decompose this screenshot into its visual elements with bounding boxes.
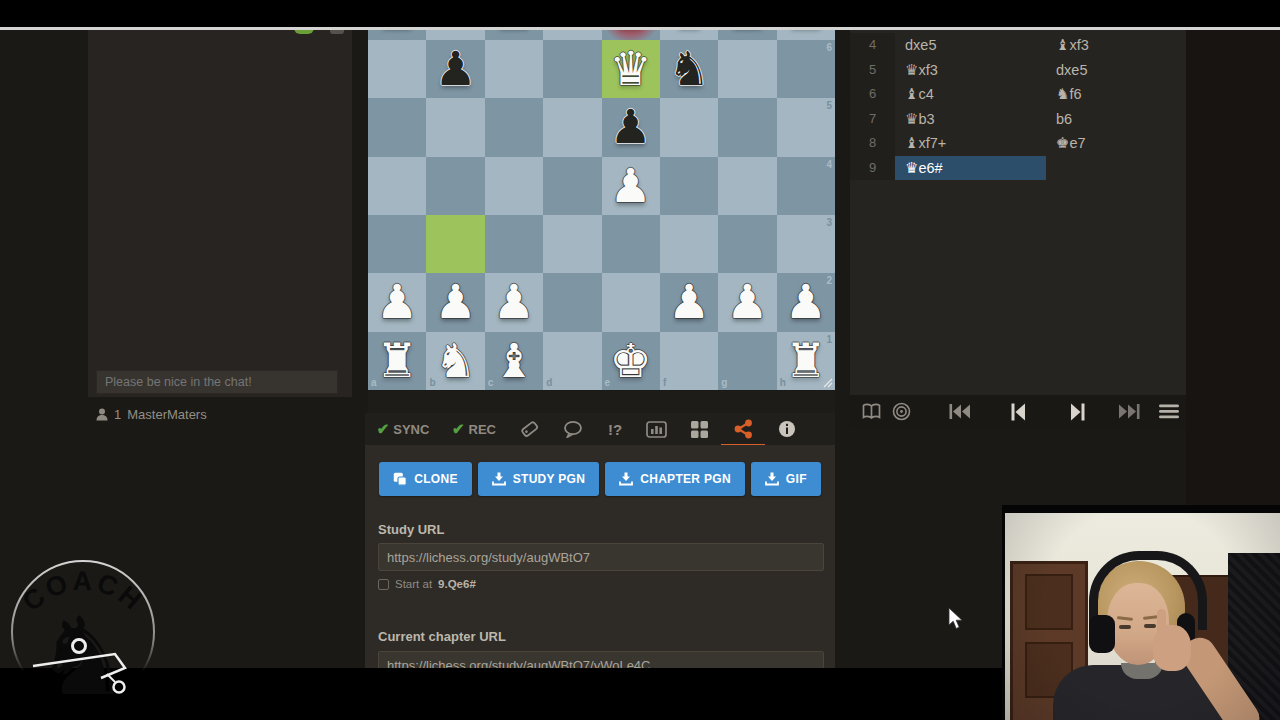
- white-pawn-h2[interactable]: ♟: [785, 273, 827, 331]
- start-at-label: Start at: [395, 578, 432, 590]
- mouse-cursor: [948, 608, 964, 630]
- sync-check-icon: ✔: [377, 420, 390, 438]
- square-b2[interactable]: ♟: [426, 273, 484, 331]
- square-h4[interactable]: 4: [777, 157, 835, 215]
- square-b1[interactable]: ♞b: [426, 332, 484, 390]
- sync-toggle[interactable]: ✔ SYNC: [365, 413, 441, 445]
- square-c3[interactable]: [485, 215, 543, 273]
- chapter-url-label: Current chapter URL: [378, 629, 506, 644]
- start-at-checkbox[interactable]: [378, 579, 389, 590]
- square-f5[interactable]: [660, 98, 718, 156]
- white-pawn-a2[interactable]: ♟: [376, 273, 418, 331]
- white-queen-e6[interactable]: ♛: [610, 40, 652, 98]
- coord-file-g: g: [721, 377, 727, 388]
- coord-file-d: d: [546, 377, 552, 388]
- tab-computer-analysis[interactable]: [635, 413, 678, 445]
- coord-rank-4: 4: [826, 159, 832, 170]
- move-row-9: 9♛e6#: [850, 156, 1186, 181]
- tab-share[interactable]: [721, 415, 765, 447]
- move-white-6[interactable]: ♝c4: [895, 82, 1046, 107]
- chat-members: 1 MasterMaters: [96, 404, 352, 424]
- opening-book-button[interactable]: [856, 403, 886, 420]
- square-a6[interactable]: [368, 40, 426, 98]
- target-icon: [892, 402, 911, 421]
- move-number: 8: [850, 131, 895, 156]
- chat-panel: CHAT ROOM: [88, 30, 352, 397]
- coord-file-e: e: [605, 377, 611, 388]
- study-toolbar: ✔ SYNC ✔ REC !?: [365, 413, 835, 445]
- white-rook-h1[interactable]: ♜: [785, 332, 827, 390]
- tab-glyphs[interactable]: !?: [595, 413, 635, 445]
- move-number: 7: [850, 107, 895, 132]
- square-b4[interactable]: [426, 157, 484, 215]
- square-e1[interactable]: ♚e: [602, 332, 660, 390]
- move-row-5: 5♛xf3dxe5: [850, 58, 1186, 83]
- white-king-e1[interactable]: ♚: [610, 332, 652, 390]
- button-label: CHAPTER PGN: [640, 472, 731, 486]
- tag-icon: [520, 420, 539, 439]
- move-number: 6: [850, 82, 895, 107]
- square-a3[interactable]: [368, 215, 426, 273]
- white-pawn-e4[interactable]: ♟: [610, 157, 652, 215]
- move-list-panel: 4dxe5♝xf35♛xf3dxe56♝c4♞f67♛b3b68♝xf7+♚e7…: [850, 30, 1186, 428]
- square-d5[interactable]: [543, 98, 601, 156]
- square-b6[interactable]: ♟: [426, 40, 484, 98]
- square-f4[interactable]: [660, 157, 718, 215]
- white-pawn-c2[interactable]: ♟: [493, 273, 535, 331]
- square-h5[interactable]: 5: [777, 98, 835, 156]
- coord-rank-3: 3: [826, 217, 832, 228]
- study-url-input[interactable]: [378, 543, 824, 571]
- rec-toggle[interactable]: ✔ REC: [441, 413, 507, 445]
- share-buttons-row: CLONESTUDY PGNCHAPTER PGNGIF: [365, 462, 835, 496]
- clone-icon: [393, 472, 407, 486]
- member-icon: [96, 408, 108, 421]
- info-icon: [778, 420, 796, 438]
- gif-button[interactable]: GIF: [751, 462, 821, 496]
- start-at-move: 9.Qe6#: [438, 578, 476, 590]
- chat-input[interactable]: [96, 370, 338, 394]
- square-d3[interactable]: [543, 215, 601, 273]
- move-number: 4: [850, 33, 895, 58]
- square-g6[interactable]: [718, 40, 776, 98]
- next-move-icon: [1070, 403, 1085, 421]
- move-row-4: 4dxe5♝xf3: [850, 33, 1186, 58]
- square-d6[interactable]: [543, 40, 601, 98]
- move-row-6: 6♝c4♞f6: [850, 82, 1186, 107]
- next-move-button[interactable]: [1048, 403, 1107, 421]
- webcam-video: [1005, 513, 1280, 720]
- study-url-label: Study URL: [378, 522, 444, 537]
- button-label: STUDY PGN: [513, 472, 586, 486]
- coord-rank-1: 1: [826, 334, 832, 345]
- prev-move-icon: [1011, 403, 1026, 421]
- move-black-7[interactable]: b6: [1046, 107, 1186, 132]
- move-number: 5: [850, 58, 895, 83]
- square-g2[interactable]: ♟: [718, 273, 776, 331]
- right-background-strip: [1186, 30, 1280, 505]
- move-row-8: 8♝xf7+♚e7: [850, 131, 1186, 156]
- top-divider-line: [0, 27, 1280, 30]
- square-f1[interactable]: f: [660, 332, 718, 390]
- share-panel: CLONESTUDY PGNCHAPTER PGNGIF Study URL S…: [365, 445, 835, 685]
- start-at-row: Start at 9.Qe6#: [378, 578, 476, 590]
- prev-move-button[interactable]: [989, 403, 1048, 421]
- coord-file-f: f: [663, 377, 666, 388]
- black-pawn-e5[interactable]: ♟: [610, 98, 652, 156]
- coach-logo: COACH ♞: [3, 546, 163, 716]
- coord-file-b: b: [429, 377, 435, 388]
- move-black-5[interactable]: dxe5: [1046, 58, 1186, 83]
- chess-board[interactable]: ♜♞♛♝♜8♟♟♚♝♟♟7♟♛♞6♟5♟43♟♟♟♟♟♟2♜a♞b♝cd♚efg…: [368, 0, 835, 390]
- move-white-8[interactable]: ♝xf7+: [895, 131, 1046, 156]
- move-number: 9: [850, 156, 895, 181]
- move-black-8[interactable]: ♚e7: [1046, 131, 1186, 156]
- glyphs-label: !?: [608, 421, 622, 438]
- coord-file-a: a: [371, 377, 377, 388]
- square-c5[interactable]: [485, 98, 543, 156]
- square-d1[interactable]: d: [543, 332, 601, 390]
- button-label: GIF: [786, 472, 807, 486]
- move-row-7: 7♛b3b6: [850, 107, 1186, 132]
- square-c1[interactable]: ♝c: [485, 332, 543, 390]
- square-g3[interactable]: [718, 215, 776, 273]
- square-g4[interactable]: [718, 157, 776, 215]
- square-g1[interactable]: g: [718, 332, 776, 390]
- square-a4[interactable]: [368, 157, 426, 215]
- download-icon: [765, 472, 779, 486]
- member-count: 1: [114, 407, 121, 422]
- white-bishop-c1[interactable]: ♝: [493, 332, 535, 390]
- square-f6[interactable]: ♞: [660, 40, 718, 98]
- white-rook-a1[interactable]: ♜: [376, 332, 418, 390]
- square-h6[interactable]: 6: [777, 40, 835, 98]
- comment-icon: [563, 420, 583, 438]
- square-e6[interactable]: ♛: [602, 40, 660, 98]
- tab-info[interactable]: [765, 413, 809, 445]
- webcam-overlay: [1002, 505, 1280, 720]
- go-last-button[interactable]: [1107, 403, 1152, 420]
- black-pawn-b6[interactable]: ♟: [434, 40, 476, 98]
- square-f2[interactable]: ♟: [660, 273, 718, 331]
- square-c2[interactable]: ♟: [485, 273, 543, 331]
- hamburger-icon: [1159, 404, 1179, 419]
- coord-file-c: c: [488, 377, 494, 388]
- go-first-button[interactable]: [931, 403, 990, 420]
- move-white-7[interactable]: ♛b3: [895, 107, 1046, 132]
- white-pawn-b2[interactable]: ♟: [434, 273, 476, 331]
- white-pawn-g2[interactable]: ♟: [726, 273, 768, 331]
- button-label: CLONE: [414, 472, 458, 486]
- menu-button[interactable]: [1152, 404, 1186, 419]
- square-a2[interactable]: ♟: [368, 273, 426, 331]
- square-h2[interactable]: ♟2: [777, 273, 835, 331]
- practice-button[interactable]: [886, 402, 916, 421]
- coord-rank-5: 5: [826, 100, 832, 111]
- move-white-5[interactable]: ♛xf3: [895, 58, 1046, 83]
- download-icon: [492, 472, 506, 486]
- square-c4[interactable]: [485, 157, 543, 215]
- multiboard-icon: [690, 420, 709, 439]
- move-black-4[interactable]: ♝xf3: [1046, 33, 1186, 58]
- letterbox-top: [0, 0, 1280, 27]
- chapter-pgn-button[interactable]: CHAPTER PGN: [605, 462, 745, 496]
- square-a1[interactable]: ♜a: [368, 332, 426, 390]
- square-b5[interactable]: [426, 98, 484, 156]
- under-board-strip: [368, 391, 835, 413]
- study-pgn-button[interactable]: STUDY PGN: [478, 462, 600, 496]
- tab-comments[interactable]: [551, 413, 595, 445]
- square-e5[interactable]: ♟: [602, 98, 660, 156]
- board-resize-handle[interactable]: [823, 378, 833, 388]
- rec-label: REC: [469, 422, 496, 437]
- move-controls: [850, 395, 1186, 428]
- member-name[interactable]: MasterMaters: [127, 407, 206, 422]
- square-d2[interactable]: [543, 273, 601, 331]
- coord-rank-2: 2: [826, 275, 832, 286]
- square-a5[interactable]: [368, 98, 426, 156]
- square-b3[interactable]: [426, 215, 484, 273]
- square-d4[interactable]: [543, 157, 601, 215]
- chart-icon: [646, 421, 667, 438]
- move-white-9[interactable]: ♛e6#: [895, 156, 1046, 181]
- square-g5[interactable]: [718, 98, 776, 156]
- square-e2[interactable]: [602, 273, 660, 331]
- rec-check-icon: ✔: [452, 420, 465, 438]
- tab-pgn-tags[interactable]: [507, 413, 551, 445]
- square-e3[interactable]: [602, 215, 660, 273]
- stage: CHAT ROOM 1 MasterMaters ♜♞♛♝♜8♟♟♚♝♟♟7♟♛…: [0, 0, 1280, 720]
- square-h1[interactable]: ♜h1: [777, 332, 835, 390]
- white-pawn-f2[interactable]: ♟: [668, 273, 710, 331]
- square-f3[interactable]: [660, 215, 718, 273]
- coord-rank-6: 6: [826, 42, 832, 53]
- last-move-icon: [1118, 403, 1140, 420]
- first-move-icon: [949, 403, 971, 420]
- white-knight-b1[interactable]: ♞: [434, 332, 476, 390]
- move-black-9: [1046, 156, 1186, 181]
- square-c6[interactable]: [485, 40, 543, 98]
- sync-label: SYNC: [393, 422, 429, 437]
- black-knight-f6[interactable]: ♞: [668, 40, 710, 98]
- square-h3[interactable]: 3: [777, 215, 835, 273]
- move-list: 4dxe5♝xf35♛xf3dxe56♝c4♞f67♛b3b68♝xf7+♚e7…: [850, 33, 1186, 180]
- share-icon: [734, 419, 753, 439]
- tab-multiboard[interactable]: [678, 413, 721, 445]
- move-white-4[interactable]: dxe5: [895, 33, 1046, 58]
- book-icon: [862, 403, 881, 420]
- coord-file-h: h: [780, 377, 786, 388]
- download-icon: [619, 472, 633, 486]
- move-black-6[interactable]: ♞f6: [1046, 82, 1186, 107]
- square-e4[interactable]: ♟: [602, 157, 660, 215]
- clone-button[interactable]: CLONE: [379, 462, 472, 496]
